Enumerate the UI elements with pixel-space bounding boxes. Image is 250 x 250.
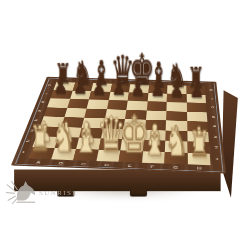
rank-label-right-3: 3 <box>214 136 217 139</box>
rank-label-right-8: 8 <box>210 89 213 91</box>
square-g1: ♞ <box>164 152 187 165</box>
piece-white-knight: ♞ <box>51 118 74 158</box>
file-label-top-g: G <box>175 82 179 84</box>
file-label-top-d: D <box>119 80 123 82</box>
square-h7: ♟ <box>186 94 206 103</box>
rank-label-left-7: 7 <box>44 93 48 95</box>
file-label-top-e: E <box>138 81 142 83</box>
file-label-top-f: F <box>157 81 160 83</box>
file-label-top-c: C <box>101 80 105 82</box>
rank-label-left-1: 1 <box>21 151 25 154</box>
board-grid: ♜♞♝♛♚♝♞♜♟♟♟♟♟♟♟♟♟♟♟♟♟♟♟♟♜♞♝♛♚♝♞♜ <box>28 82 210 165</box>
square-f1: ♝ <box>141 151 164 163</box>
rank-label-right-4: 4 <box>213 125 216 128</box>
watermark-text: SUNRISE <box>39 189 78 197</box>
piece-black-pawn: ♟ <box>147 76 166 100</box>
piece-black-pawn: ♟ <box>70 74 89 98</box>
rank-label-left-6: 6 <box>41 101 45 103</box>
watermark: SUNRISE <box>6 180 78 205</box>
square-h1: ♜ <box>187 153 210 166</box>
piece-black-pawn: ♟ <box>89 74 108 98</box>
file-label-bottom-e: E <box>127 164 132 167</box>
sunrise-unicorn-logo-icon <box>6 180 36 205</box>
file-label-bottom-c: C <box>81 163 86 166</box>
file-label-bottom-f: F <box>151 165 155 168</box>
file-label-bottom-b: B <box>58 162 63 165</box>
rank-label-right-6: 6 <box>211 107 214 110</box>
rank-label-right-1: 1 <box>215 158 219 161</box>
piece-white-queen: ♛ <box>96 111 119 159</box>
file-label-bottom-a: A <box>36 161 41 164</box>
piece-white-king: ♚ <box>119 109 142 161</box>
square-e1: ♚ <box>119 150 143 162</box>
file-label-bottom-d: D <box>104 164 109 167</box>
square-c1: ♝ <box>73 149 98 161</box>
rank-label-left-5: 5 <box>37 110 41 113</box>
piece-black-pawn: ♟ <box>51 73 70 97</box>
rank-label-right-7: 7 <box>210 98 213 100</box>
clasp-tab-right <box>130 189 147 197</box>
piece-white-knight: ♞ <box>164 122 187 162</box>
file-label-top-b: B <box>83 79 87 81</box>
square-d1: ♛ <box>96 149 120 161</box>
piece-black-pawn: ♟ <box>128 76 147 100</box>
square-c7: ♟ <box>89 91 110 100</box>
chess-board: ♜♞♝♛♚♝♞♜♟♟♟♟♟♟♟♟♟♟♟♟♟♟♟♟♜♞♝♛♚♝♞♜ AABBCCD… <box>11 77 226 174</box>
piece-white-bishop: ♝ <box>142 120 165 162</box>
piece-black-pawn: ♟ <box>186 77 206 101</box>
product-photo: ♜♞♝♛♚♝♞♜♟♟♟♟♟♟♟♟♟♟♟♟♟♟♟♟♜♞♝♛♚♝♞♜ AABBCCD… <box>0 0 250 250</box>
file-label-top-h: H <box>194 83 198 85</box>
square-g6 <box>166 102 186 112</box>
rank-label-right-5: 5 <box>212 116 215 119</box>
square-b1: ♞ <box>51 148 77 160</box>
piece-black-pawn: ♟ <box>167 77 187 101</box>
file-label-top-a: A <box>64 79 68 81</box>
rank-label-right-2: 2 <box>215 146 219 149</box>
piece-black-pawn: ♟ <box>109 75 128 99</box>
piece-white-bishop: ♝ <box>74 117 97 159</box>
piece-white-rook: ♜ <box>29 122 52 157</box>
piece-white-rook: ♜ <box>187 128 210 163</box>
